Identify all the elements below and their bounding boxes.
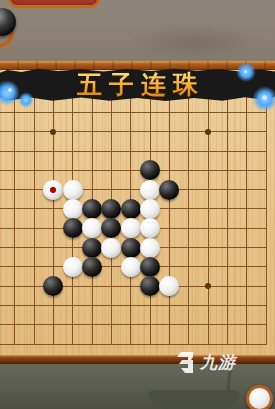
white-stone [121,257,141,277]
white-stone [63,257,83,277]
star-point [50,129,56,135]
sparkle-effect [262,95,267,100]
grid-line [0,189,267,190]
white-stone [159,276,179,296]
star-point [205,283,211,289]
grid-line [246,96,247,345]
black-stone [121,199,141,219]
white-stone-last-move [43,180,63,200]
white-stone [140,238,160,258]
white-stone [140,199,160,219]
black-stone [140,257,160,277]
grid-line [0,151,267,152]
white-stone [101,238,121,258]
basket-silhouette [148,390,240,409]
grid-line [14,96,15,345]
sparkle-effect [8,88,12,92]
black-stone [140,160,160,180]
grid-line [188,96,189,345]
sparkle-effect [244,70,247,73]
star-point [205,129,211,135]
white-stone [140,218,160,238]
white-stone [63,180,83,200]
black-stone [159,180,179,200]
9game-logo: 九游 [177,351,236,374]
white-stone [140,180,160,200]
grid-line [0,344,267,345]
opponent-avatar-frame [8,0,100,8]
last-move-marker [50,187,56,193]
grid-line [0,170,267,171]
grid-line [34,96,35,345]
game-board[interactable] [0,70,275,357]
black-stone [82,257,102,277]
black-stone [43,276,63,296]
black-stone [82,199,102,219]
grid-line [0,305,267,306]
grid-line [0,286,267,287]
white-player-stone-icon [246,385,273,409]
sparkle-effect [18,92,34,108]
grid-line [169,96,170,345]
9game-logo-text: 九游 [200,351,236,374]
game-title: 五子连珠 [0,69,275,101]
grid-line [0,112,267,113]
black-stone [101,218,121,238]
grid-line [266,96,267,345]
black-stone [101,199,121,219]
black-stone [63,218,83,238]
9game-logo-icon [177,352,196,373]
white-stone [82,218,102,238]
gomoku-app: 五子连珠 九游 [0,0,275,409]
grid-line [0,324,267,325]
black-stone [121,238,141,258]
backdrop-shadow [130,25,260,60]
grid-line [227,96,228,345]
white-stone [63,199,83,219]
black-stone [82,238,102,258]
black-stone [140,276,160,296]
top-backdrop [0,0,275,70]
white-stone [121,218,141,238]
grid-line [0,131,267,132]
